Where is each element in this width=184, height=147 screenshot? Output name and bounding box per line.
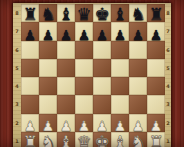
black-knight-icon[interactable]: ♞ bbox=[40, 6, 55, 23]
square-f6[interactable] bbox=[111, 41, 129, 59]
rank-label-4: 4 bbox=[14, 79, 21, 94]
square-h6[interactable] bbox=[147, 41, 165, 59]
square-h4[interactable] bbox=[147, 77, 165, 95]
square-h8[interactable]: ♜ bbox=[147, 4, 165, 22]
square-c1[interactable]: ♝ bbox=[57, 132, 75, 147]
white-rook-icon[interactable]: ♜ bbox=[148, 134, 163, 147]
rank-label-4: 4 bbox=[166, 79, 171, 94]
black-rook-icon[interactable]: ♜ bbox=[148, 6, 163, 23]
square-d4[interactable] bbox=[75, 77, 93, 95]
square-a1[interactable]: ♜ bbox=[21, 132, 39, 147]
rank-label-5: 5 bbox=[166, 61, 171, 76]
chess-board-frame: 87654321 87654321 ♜♞♝♛♚♝♞♜♟♟♟♟♟♟♟♟♟♟♟♟♟♟… bbox=[13, 3, 171, 147]
rank-coordinates-left: 87654321 bbox=[13, 4, 21, 147]
rank-label-1: 1 bbox=[14, 134, 21, 147]
square-h3[interactable] bbox=[147, 95, 165, 113]
square-g8[interactable]: ♞ bbox=[129, 4, 147, 22]
rank-label-3: 3 bbox=[166, 97, 171, 112]
square-e2[interactable]: ♟ bbox=[93, 114, 111, 132]
black-bishop-icon[interactable]: ♝ bbox=[58, 6, 73, 23]
white-rook-icon[interactable]: ♜ bbox=[22, 134, 37, 147]
square-d6[interactable] bbox=[75, 41, 93, 59]
square-d1[interactable]: ♛ bbox=[75, 132, 93, 147]
square-e6[interactable] bbox=[93, 41, 111, 59]
square-a2[interactable]: ♟ bbox=[21, 114, 39, 132]
black-pawn-icon[interactable]: ♟ bbox=[150, 28, 163, 42]
square-a3[interactable] bbox=[21, 95, 39, 113]
rank-label-5: 5 bbox=[14, 61, 21, 76]
white-pawn-icon[interactable]: ♟ bbox=[78, 119, 91, 133]
square-e5[interactable] bbox=[93, 59, 111, 77]
square-b4[interactable] bbox=[39, 77, 57, 95]
black-pawn-icon[interactable]: ♟ bbox=[96, 28, 109, 42]
square-b6[interactable] bbox=[39, 41, 57, 59]
square-a5[interactable] bbox=[21, 59, 39, 77]
white-pawn-icon[interactable]: ♟ bbox=[42, 119, 55, 133]
square-g4[interactable] bbox=[129, 77, 147, 95]
rank-label-6: 6 bbox=[14, 42, 21, 57]
white-bishop-icon[interactable]: ♝ bbox=[112, 134, 127, 147]
black-king-icon[interactable]: ♚ bbox=[94, 6, 109, 23]
square-f3[interactable] bbox=[111, 95, 129, 113]
square-c5[interactable] bbox=[57, 59, 75, 77]
black-pawn-icon[interactable]: ♟ bbox=[60, 28, 73, 42]
square-e8[interactable]: ♚ bbox=[93, 4, 111, 22]
black-bishop-icon[interactable]: ♝ bbox=[112, 6, 127, 23]
square-a6[interactable] bbox=[21, 41, 39, 59]
rank-coordinates-right: 87654321 bbox=[165, 4, 171, 147]
white-pawn-icon[interactable]: ♟ bbox=[150, 119, 163, 133]
square-c7[interactable]: ♟ bbox=[57, 22, 75, 40]
rank-label-2: 2 bbox=[14, 115, 21, 130]
black-pawn-icon[interactable]: ♟ bbox=[24, 28, 37, 42]
square-f7[interactable]: ♟ bbox=[111, 22, 129, 40]
square-f8[interactable]: ♝ bbox=[111, 4, 129, 22]
square-h2[interactable]: ♟ bbox=[147, 114, 165, 132]
square-f1[interactable]: ♝ bbox=[111, 132, 129, 147]
white-bishop-icon[interactable]: ♝ bbox=[58, 134, 73, 147]
black-queen-icon[interactable]: ♛ bbox=[76, 6, 91, 23]
rank-label-2: 2 bbox=[166, 115, 171, 130]
rank-label-7: 7 bbox=[14, 24, 21, 39]
square-e7[interactable]: ♟ bbox=[93, 22, 111, 40]
square-d2[interactable]: ♟ bbox=[75, 114, 93, 132]
white-pawn-icon[interactable]: ♟ bbox=[132, 119, 145, 133]
rank-label-3: 3 bbox=[14, 97, 21, 112]
rank-label-7: 7 bbox=[166, 24, 171, 39]
square-d7[interactable]: ♟ bbox=[75, 22, 93, 40]
square-f5[interactable] bbox=[111, 59, 129, 77]
square-a7[interactable]: ♟ bbox=[21, 22, 39, 40]
square-d3[interactable] bbox=[75, 95, 93, 113]
white-knight-icon[interactable]: ♞ bbox=[130, 134, 145, 147]
black-pawn-icon[interactable]: ♟ bbox=[42, 28, 55, 42]
white-pawn-icon[interactable]: ♟ bbox=[114, 119, 127, 133]
square-g7[interactable]: ♟ bbox=[129, 22, 147, 40]
square-h1[interactable]: ♜ bbox=[147, 132, 165, 147]
white-queen-icon[interactable]: ♛ bbox=[76, 134, 91, 147]
square-g6[interactable] bbox=[129, 41, 147, 59]
white-pawn-icon[interactable]: ♟ bbox=[96, 119, 109, 133]
square-e4[interactable] bbox=[93, 77, 111, 95]
square-b5[interactable] bbox=[39, 59, 57, 77]
square-g5[interactable] bbox=[129, 59, 147, 77]
square-f4[interactable] bbox=[111, 77, 129, 95]
black-pawn-icon[interactable]: ♟ bbox=[114, 28, 127, 42]
square-b1[interactable]: ♞ bbox=[39, 132, 57, 147]
square-a4[interactable] bbox=[21, 77, 39, 95]
rank-label-8: 8 bbox=[14, 6, 21, 21]
black-knight-icon[interactable]: ♞ bbox=[130, 6, 145, 23]
square-c6[interactable] bbox=[57, 41, 75, 59]
square-d8[interactable]: ♛ bbox=[75, 4, 93, 22]
white-pawn-icon[interactable]: ♟ bbox=[60, 119, 73, 133]
game-window: 87654321 87654321 ♜♞♝♛♚♝♞♜♟♟♟♟♟♟♟♟♟♟♟♟♟♟… bbox=[0, 0, 184, 147]
square-g1[interactable]: ♞ bbox=[129, 132, 147, 147]
square-b2[interactable]: ♟ bbox=[39, 114, 57, 132]
square-c8[interactable]: ♝ bbox=[57, 4, 75, 22]
chess-board: ♜♞♝♛♚♝♞♜♟♟♟♟♟♟♟♟♟♟♟♟♟♟♟♟♜♞♝♛♚♝♞♜ bbox=[21, 4, 165, 147]
square-g3[interactable] bbox=[129, 95, 147, 113]
square-e3[interactable] bbox=[93, 95, 111, 113]
square-a8[interactable]: ♜ bbox=[21, 4, 39, 22]
black-pawn-icon[interactable]: ♟ bbox=[132, 28, 145, 42]
square-g2[interactable]: ♟ bbox=[129, 114, 147, 132]
square-c4[interactable] bbox=[57, 77, 75, 95]
square-h7[interactable]: ♟ bbox=[147, 22, 165, 40]
white-pawn-icon[interactable]: ♟ bbox=[24, 119, 37, 133]
square-e1[interactable]: ♚ bbox=[93, 132, 111, 147]
square-c3[interactable] bbox=[57, 95, 75, 113]
square-f2[interactable]: ♟ bbox=[111, 114, 129, 132]
square-b8[interactable]: ♞ bbox=[39, 4, 57, 22]
rank-label-8: 8 bbox=[166, 6, 171, 21]
square-d5[interactable] bbox=[75, 59, 93, 77]
black-pawn-icon[interactable]: ♟ bbox=[78, 28, 91, 42]
square-b3[interactable] bbox=[39, 95, 57, 113]
black-rook-icon[interactable]: ♜ bbox=[22, 6, 37, 23]
rank-label-6: 6 bbox=[166, 42, 171, 57]
square-c2[interactable]: ♟ bbox=[57, 114, 75, 132]
white-king-icon[interactable]: ♚ bbox=[94, 134, 109, 147]
white-knight-icon[interactable]: ♞ bbox=[40, 134, 55, 147]
rank-label-1: 1 bbox=[166, 134, 171, 147]
square-h5[interactable] bbox=[147, 59, 165, 77]
square-b7[interactable]: ♟ bbox=[39, 22, 57, 40]
